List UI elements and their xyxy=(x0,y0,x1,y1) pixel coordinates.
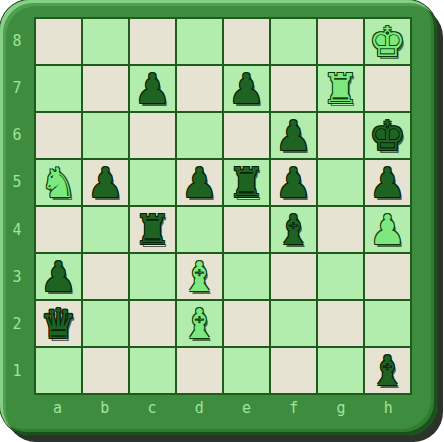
file-label-g: g xyxy=(318,394,365,422)
square-f7[interactable] xyxy=(270,65,317,112)
square-g7[interactable]: ♜ xyxy=(317,65,364,112)
square-a1[interactable] xyxy=(35,347,82,394)
file-label-a: a xyxy=(34,394,81,422)
square-e4[interactable] xyxy=(223,206,270,253)
white-knight[interactable]: ♞ xyxy=(40,161,77,206)
black-rook[interactable]: ♜ xyxy=(134,208,171,253)
square-e1[interactable] xyxy=(223,347,270,394)
black-pawn[interactable]: ♟ xyxy=(275,114,312,159)
black-pawn[interactable]: ♟ xyxy=(87,161,124,206)
square-e3[interactable] xyxy=(223,253,270,300)
square-a4[interactable] xyxy=(35,206,82,253)
square-h8[interactable]: ♚ xyxy=(364,18,411,65)
square-g2[interactable] xyxy=(317,300,364,347)
square-c7[interactable]: ♟ xyxy=(129,65,176,112)
file-label-b: b xyxy=(81,394,128,422)
rank-label-2: 2 xyxy=(0,301,34,348)
square-a7[interactable] xyxy=(35,65,82,112)
square-e2[interactable] xyxy=(223,300,270,347)
square-g3[interactable] xyxy=(317,253,364,300)
black-pawn[interactable]: ♟ xyxy=(134,67,171,112)
rank-label-1: 1 xyxy=(0,348,34,395)
square-h5[interactable]: ♟ xyxy=(364,159,411,206)
chess-board: ♚♟♟♜♟♚♞♟♟♜♟♟♜♝♟♟♝♛♝♝ xyxy=(34,17,412,395)
square-h4[interactable]: ♟ xyxy=(364,206,411,253)
file-labels: abcdefgh xyxy=(34,394,412,422)
white-bishop[interactable]: ♝ xyxy=(181,255,218,300)
square-e5[interactable]: ♜ xyxy=(223,159,270,206)
white-pawn[interactable]: ♟ xyxy=(369,208,406,253)
square-g5[interactable] xyxy=(317,159,364,206)
square-d8[interactable] xyxy=(176,18,223,65)
square-f6[interactable]: ♟ xyxy=(270,112,317,159)
rank-label-3: 3 xyxy=(0,253,34,300)
white-bishop[interactable]: ♝ xyxy=(181,302,218,347)
square-e7[interactable]: ♟ xyxy=(223,65,270,112)
square-d2[interactable]: ♝ xyxy=(176,300,223,347)
rank-label-8: 8 xyxy=(0,17,34,64)
black-pawn[interactable]: ♟ xyxy=(369,161,406,206)
rank-label-4: 4 xyxy=(0,206,34,253)
square-b2[interactable] xyxy=(82,300,129,347)
square-d5[interactable]: ♟ xyxy=(176,159,223,206)
square-f2[interactable] xyxy=(270,300,317,347)
rank-label-5: 5 xyxy=(0,159,34,206)
square-c4[interactable]: ♜ xyxy=(129,206,176,253)
square-f8[interactable] xyxy=(270,18,317,65)
square-c1[interactable] xyxy=(129,347,176,394)
square-f4[interactable]: ♝ xyxy=(270,206,317,253)
square-h7[interactable] xyxy=(364,65,411,112)
square-d4[interactable] xyxy=(176,206,223,253)
white-rook[interactable]: ♜ xyxy=(322,67,359,112)
file-label-d: d xyxy=(176,394,223,422)
square-h3[interactable] xyxy=(364,253,411,300)
black-pawn[interactable]: ♟ xyxy=(181,161,218,206)
square-a3[interactable]: ♟ xyxy=(35,253,82,300)
square-f3[interactable] xyxy=(270,253,317,300)
file-label-f: f xyxy=(270,394,317,422)
square-d3[interactable]: ♝ xyxy=(176,253,223,300)
rank-labels: 87654321 xyxy=(0,17,34,395)
white-king[interactable]: ♚ xyxy=(369,20,406,65)
black-pawn[interactable]: ♟ xyxy=(228,67,265,112)
square-a5[interactable]: ♞ xyxy=(35,159,82,206)
square-b8[interactable] xyxy=(82,18,129,65)
square-a8[interactable] xyxy=(35,18,82,65)
page-background: 87654321 ♚♟♟♜♟♚♞♟♟♜♟♟♜♝♟♟♝♛♝♝ abcdefgh xyxy=(0,0,444,442)
black-rook[interactable]: ♜ xyxy=(228,161,265,206)
black-king[interactable]: ♚ xyxy=(369,114,406,159)
square-h6[interactable]: ♚ xyxy=(364,112,411,159)
square-a6[interactable] xyxy=(35,112,82,159)
square-d6[interactable] xyxy=(176,112,223,159)
black-bishop[interactable]: ♝ xyxy=(369,349,406,394)
square-b3[interactable] xyxy=(82,253,129,300)
square-g8[interactable] xyxy=(317,18,364,65)
square-g1[interactable] xyxy=(317,347,364,394)
square-a2[interactable]: ♛ xyxy=(35,300,82,347)
square-d7[interactable] xyxy=(176,65,223,112)
square-e6[interactable] xyxy=(223,112,270,159)
black-pawn[interactable]: ♟ xyxy=(40,255,77,300)
square-h1[interactable]: ♝ xyxy=(364,347,411,394)
square-f1[interactable] xyxy=(270,347,317,394)
rank-label-7: 7 xyxy=(0,64,34,111)
square-c6[interactable] xyxy=(129,112,176,159)
file-label-c: c xyxy=(129,394,176,422)
square-b7[interactable] xyxy=(82,65,129,112)
square-c5[interactable] xyxy=(129,159,176,206)
square-c8[interactable] xyxy=(129,18,176,65)
square-b6[interactable] xyxy=(82,112,129,159)
square-c2[interactable] xyxy=(129,300,176,347)
file-label-h: h xyxy=(365,394,412,422)
rank-label-6: 6 xyxy=(0,112,34,159)
square-f5[interactable]: ♟ xyxy=(270,159,317,206)
chess-board-frame: 87654321 ♚♟♟♜♟♚♞♟♟♜♟♟♜♝♟♟♝♛♝♝ abcdefgh xyxy=(0,0,437,435)
black-pawn[interactable]: ♟ xyxy=(275,161,312,206)
square-h2[interactable] xyxy=(364,300,411,347)
square-c3[interactable] xyxy=(129,253,176,300)
square-g4[interactable] xyxy=(317,206,364,253)
black-bishop[interactable]: ♝ xyxy=(275,208,312,253)
square-d1[interactable] xyxy=(176,347,223,394)
square-b4[interactable] xyxy=(82,206,129,253)
square-b5[interactable]: ♟ xyxy=(82,159,129,206)
square-b1[interactable] xyxy=(82,347,129,394)
square-e8[interactable] xyxy=(223,18,270,65)
square-g6[interactable] xyxy=(317,112,364,159)
file-label-e: e xyxy=(223,394,270,422)
black-queen[interactable]: ♛ xyxy=(40,302,77,347)
